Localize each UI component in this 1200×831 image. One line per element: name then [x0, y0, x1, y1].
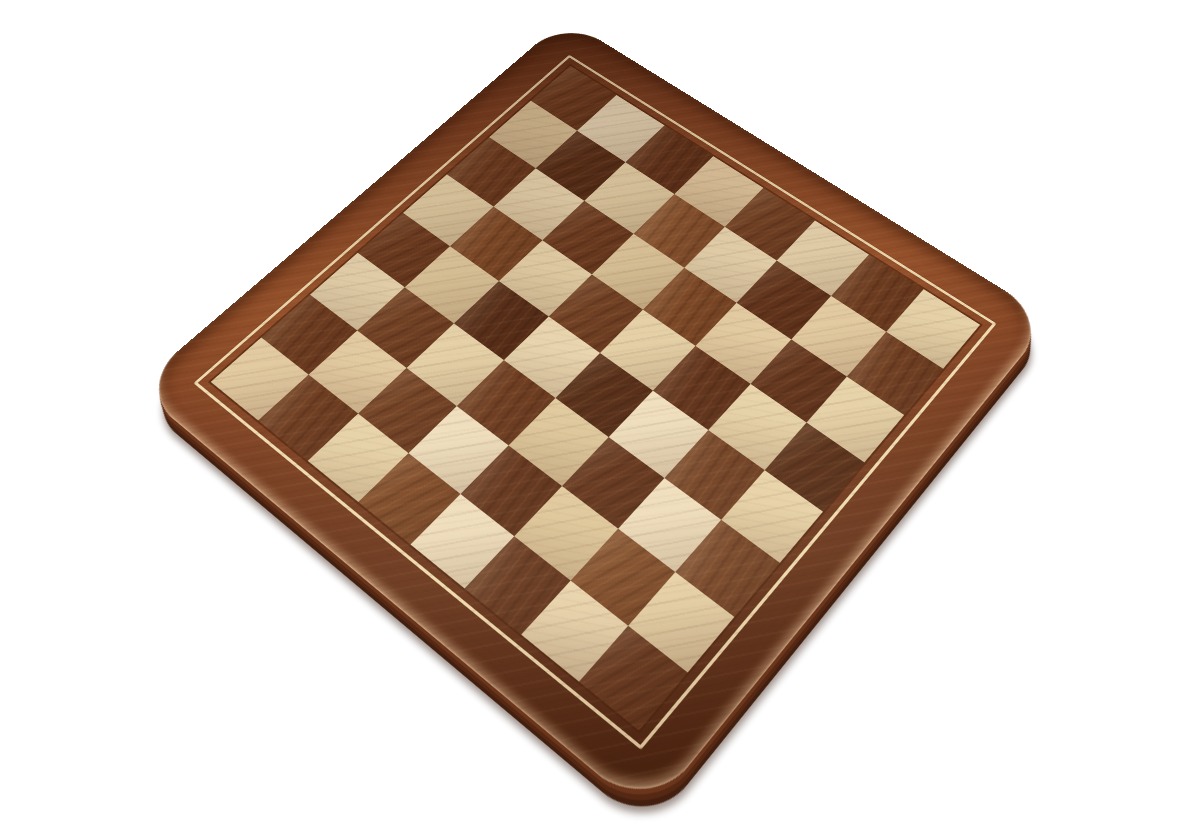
chess-board — [136, 19, 1052, 816]
board-grid — [211, 66, 980, 731]
photo-canvas — [0, 0, 1200, 831]
